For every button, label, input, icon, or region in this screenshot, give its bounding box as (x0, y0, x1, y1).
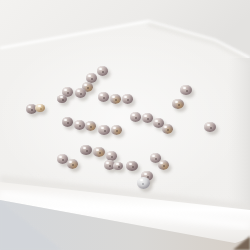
bead (67, 159, 78, 169)
beads-layer (0, 0, 250, 250)
bead (122, 94, 133, 104)
bead (57, 95, 67, 104)
bead (158, 160, 169, 170)
bead (74, 120, 85, 130)
bead (80, 145, 92, 156)
bead (85, 121, 96, 131)
bead (98, 92, 109, 102)
photo (0, 0, 250, 250)
bead (142, 113, 153, 123)
bead (204, 122, 216, 133)
bead (110, 94, 121, 104)
bead (98, 125, 110, 136)
bead (62, 117, 73, 127)
bead (180, 85, 192, 96)
bead (57, 154, 68, 164)
bead (93, 147, 105, 158)
bead (172, 99, 184, 110)
bead (113, 162, 123, 171)
bead (130, 112, 141, 122)
bead (137, 177, 150, 188)
bead (97, 66, 108, 76)
bead (75, 88, 86, 98)
bead (162, 124, 173, 134)
bead (126, 161, 138, 172)
bead (35, 104, 45, 113)
bead (111, 125, 122, 135)
